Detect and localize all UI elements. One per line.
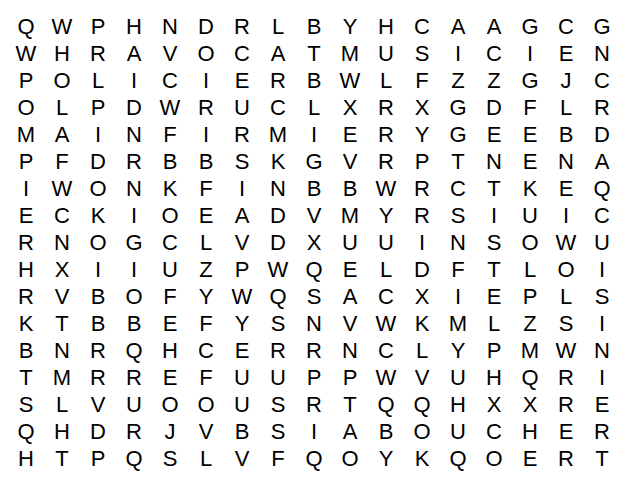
grid-cell[interactable]: B xyxy=(296,13,332,40)
grid-cell[interactable]: R xyxy=(368,148,404,175)
grid-cell[interactable]: V xyxy=(188,418,224,445)
grid-cell[interactable]: E xyxy=(548,418,584,445)
grid-cell[interactable]: F xyxy=(152,121,188,148)
grid-cell[interactable]: V xyxy=(332,310,368,337)
grid-cell[interactable]: O xyxy=(116,283,152,310)
grid-cell[interactable]: V xyxy=(224,445,260,472)
grid-cell[interactable]: U xyxy=(368,40,404,67)
grid-cell[interactable]: V xyxy=(404,364,440,391)
grid-cell[interactable]: C xyxy=(548,13,584,40)
grid-cell[interactable]: M xyxy=(260,121,296,148)
grid-cell[interactable]: Q xyxy=(116,337,152,364)
grid-cell[interactable]: C xyxy=(404,13,440,40)
grid-cell[interactable]: I xyxy=(440,283,476,310)
grid-cell[interactable]: O xyxy=(188,391,224,418)
grid-cell[interactable]: P xyxy=(8,148,44,175)
grid-cell[interactable]: H xyxy=(512,418,548,445)
grid-cell[interactable]: U xyxy=(440,418,476,445)
grid-cell[interactable]: N xyxy=(260,175,296,202)
grid-cell[interactable]: Z xyxy=(188,256,224,283)
grid-cell[interactable]: W xyxy=(548,229,584,256)
grid-cell[interactable]: Q xyxy=(296,445,332,472)
grid-cell[interactable]: C xyxy=(152,67,188,94)
grid-cell[interactable]: N xyxy=(116,175,152,202)
grid-cell[interactable]: S xyxy=(404,40,440,67)
grid-cell[interactable]: W xyxy=(44,175,80,202)
grid-cell[interactable]: H xyxy=(152,337,188,364)
grid-cell[interactable]: X xyxy=(512,391,548,418)
grid-cell[interactable]: C xyxy=(368,283,404,310)
grid-cell[interactable]: R xyxy=(548,364,584,391)
grid-cell[interactable]: I xyxy=(296,418,332,445)
grid-cell[interactable]: O xyxy=(188,40,224,67)
grid-cell[interactable]: N xyxy=(296,310,332,337)
grid-cell[interactable]: R xyxy=(116,364,152,391)
grid-cell[interactable]: L xyxy=(44,94,80,121)
grid-cell[interactable]: O xyxy=(80,229,116,256)
grid-cell[interactable]: U xyxy=(332,229,368,256)
grid-cell[interactable]: U xyxy=(224,391,260,418)
grid-cell[interactable]: O xyxy=(512,229,548,256)
grid-cell[interactable]: R xyxy=(296,391,332,418)
word-search-board: QWPHNDRLBYHCAAGCGWHRAVOCATMUSICIENPOLICI… xyxy=(8,13,620,472)
grid-cell[interactable]: A xyxy=(584,148,620,175)
grid-cell[interactable]: H xyxy=(44,40,80,67)
grid-cell[interactable]: R xyxy=(80,364,116,391)
grid-cell[interactable]: Q xyxy=(8,418,44,445)
grid-cell[interactable]: K xyxy=(152,175,188,202)
grid-cell[interactable]: V xyxy=(152,40,188,67)
grid-cell[interactable]: X xyxy=(296,229,332,256)
grid-cell[interactable]: X xyxy=(404,283,440,310)
grid-cell[interactable]: R xyxy=(260,337,296,364)
grid-cell[interactable]: O xyxy=(476,445,512,472)
grid-cell[interactable]: X xyxy=(332,94,368,121)
grid-cell[interactable]: U xyxy=(584,229,620,256)
grid-cell[interactable]: I xyxy=(584,310,620,337)
grid-cell[interactable]: E xyxy=(584,391,620,418)
grid-cell[interactable]: R xyxy=(404,202,440,229)
grid-cell[interactable]: I xyxy=(188,67,224,94)
grid-cell[interactable]: N xyxy=(440,229,476,256)
grid-cell[interactable]: Q xyxy=(260,283,296,310)
grid-cell[interactable]: E xyxy=(512,121,548,148)
grid-cell[interactable]: M xyxy=(332,202,368,229)
grid-cell[interactable]: B xyxy=(80,310,116,337)
grid-cell[interactable]: U xyxy=(440,364,476,391)
grid-cell[interactable]: F xyxy=(404,67,440,94)
grid-cell[interactable]: A xyxy=(440,13,476,40)
grid-cell[interactable]: B xyxy=(8,337,44,364)
grid-cell[interactable]: P xyxy=(476,337,512,364)
grid-cell[interactable]: W xyxy=(8,40,44,67)
grid-cell[interactable]: U xyxy=(260,364,296,391)
grid-cell[interactable]: U xyxy=(116,391,152,418)
grid-cell[interactable]: S xyxy=(260,391,296,418)
grid-cell[interactable]: P xyxy=(80,445,116,472)
grid-cell[interactable]: Q xyxy=(440,445,476,472)
grid-cell[interactable]: O xyxy=(44,67,80,94)
grid-cell[interactable]: U xyxy=(368,229,404,256)
grid-cell[interactable]: P xyxy=(296,364,332,391)
grid-cell[interactable]: N xyxy=(44,337,80,364)
grid-cell[interactable]: B xyxy=(224,418,260,445)
grid-cell[interactable]: K xyxy=(512,175,548,202)
grid-cell[interactable]: T xyxy=(476,256,512,283)
grid-cell[interactable]: K xyxy=(404,310,440,337)
grid-cell[interactable]: A xyxy=(116,40,152,67)
grid-cell[interactable]: Q xyxy=(8,13,44,40)
grid-cell[interactable]: U xyxy=(152,256,188,283)
grid-cell[interactable]: R xyxy=(584,94,620,121)
grid-cell[interactable]: V xyxy=(80,391,116,418)
grid-cell[interactable]: G xyxy=(512,67,548,94)
grid-cell[interactable]: A xyxy=(224,202,260,229)
grid-cell[interactable]: I xyxy=(80,121,116,148)
grid-cell[interactable]: I xyxy=(440,40,476,67)
grid-cell[interactable]: T xyxy=(332,391,368,418)
grid-cell[interactable]: F xyxy=(440,256,476,283)
grid-cell[interactable]: G xyxy=(440,94,476,121)
grid-cell[interactable]: E xyxy=(476,121,512,148)
grid-cell[interactable]: Y xyxy=(332,13,368,40)
grid-cell[interactable]: L xyxy=(80,67,116,94)
grid-cell[interactable]: G xyxy=(512,13,548,40)
grid-cell[interactable]: O xyxy=(80,175,116,202)
grid-cell[interactable]: L xyxy=(476,310,512,337)
grid-cell[interactable]: N xyxy=(332,337,368,364)
grid-cell[interactable]: Y xyxy=(368,202,404,229)
grid-cell[interactable]: A xyxy=(260,40,296,67)
grid-cell[interactable]: D xyxy=(476,94,512,121)
grid-cell[interactable]: S xyxy=(548,310,584,337)
grid-cell[interactable]: R xyxy=(188,94,224,121)
grid-cell[interactable]: P xyxy=(224,256,260,283)
grid-cell[interactable]: B xyxy=(188,148,224,175)
grid-cell[interactable]: W xyxy=(224,283,260,310)
grid-cell[interactable]: P xyxy=(332,364,368,391)
grid-cell[interactable]: H xyxy=(476,364,512,391)
grid-cell[interactable]: G xyxy=(584,13,620,40)
grid-cell[interactable]: R xyxy=(80,337,116,364)
grid-cell[interactable]: C xyxy=(152,229,188,256)
grid-cell[interactable]: H xyxy=(116,13,152,40)
grid-cell[interactable]: R xyxy=(404,175,440,202)
grid-cell[interactable]: I xyxy=(80,256,116,283)
grid-cell[interactable]: L xyxy=(368,67,404,94)
grid-cell[interactable]: R xyxy=(8,283,44,310)
grid-cell[interactable]: C xyxy=(476,40,512,67)
grid-cell[interactable]: G xyxy=(116,229,152,256)
grid-cell[interactable]: I xyxy=(8,175,44,202)
grid-cell[interactable]: B xyxy=(332,175,368,202)
grid-cell[interactable]: T xyxy=(44,310,80,337)
grid-cell[interactable]: F xyxy=(188,175,224,202)
grid-cell[interactable]: O xyxy=(548,256,584,283)
grid-cell[interactable]: L xyxy=(188,445,224,472)
grid-cell[interactable]: M xyxy=(8,121,44,148)
grid-cell[interactable]: P xyxy=(80,13,116,40)
grid-cell[interactable]: B xyxy=(116,310,152,337)
grid-cell[interactable]: Y xyxy=(440,337,476,364)
grid-cell[interactable]: H xyxy=(44,418,80,445)
grid-cell[interactable]: T xyxy=(440,148,476,175)
grid-cell[interactable]: B xyxy=(548,121,584,148)
grid-cell[interactable]: E xyxy=(548,175,584,202)
grid-cell[interactable]: D xyxy=(80,418,116,445)
grid-cell[interactable]: E xyxy=(224,67,260,94)
grid-cell[interactable]: O xyxy=(152,202,188,229)
grid-cell[interactable]: I xyxy=(116,67,152,94)
grid-cell[interactable]: K xyxy=(260,148,296,175)
grid-cell[interactable]: D xyxy=(404,256,440,283)
grid-cell[interactable]: P xyxy=(404,148,440,175)
grid-cell[interactable]: Q xyxy=(116,445,152,472)
grid-cell[interactable]: Q xyxy=(368,391,404,418)
grid-cell[interactable]: O xyxy=(332,445,368,472)
grid-cell[interactable]: L xyxy=(260,13,296,40)
grid-cell[interactable]: Q xyxy=(512,364,548,391)
grid-cell[interactable]: A xyxy=(332,283,368,310)
grid-cell[interactable]: R xyxy=(224,13,260,40)
grid-cell[interactable]: B xyxy=(296,175,332,202)
grid-cell[interactable]: Q xyxy=(404,391,440,418)
grid-cell[interactable]: I xyxy=(404,229,440,256)
grid-cell[interactable]: P xyxy=(8,67,44,94)
grid-cell[interactable]: A xyxy=(44,121,80,148)
grid-cell[interactable]: B xyxy=(80,283,116,310)
grid-cell[interactable]: W xyxy=(152,94,188,121)
grid-cell[interactable]: N xyxy=(476,148,512,175)
grid-cell[interactable]: E xyxy=(332,121,368,148)
grid-cell[interactable]: C xyxy=(224,40,260,67)
grid-cell[interactable]: I xyxy=(296,121,332,148)
grid-cell[interactable]: Y xyxy=(224,310,260,337)
grid-cell[interactable]: L xyxy=(296,94,332,121)
grid-cell[interactable]: L xyxy=(188,229,224,256)
grid-cell[interactable]: S xyxy=(584,283,620,310)
grid-cell[interactable]: E xyxy=(188,202,224,229)
grid-cell[interactable]: O xyxy=(8,94,44,121)
grid-cell[interactable]: E xyxy=(152,364,188,391)
grid-cell[interactable]: B xyxy=(152,148,188,175)
grid-cell[interactable]: M xyxy=(440,310,476,337)
grid-cell[interactable]: L xyxy=(512,256,548,283)
grid-cell[interactable]: L xyxy=(548,94,584,121)
grid-cell[interactable]: A xyxy=(332,418,368,445)
grid-cell[interactable]: K xyxy=(8,310,44,337)
grid-cell[interactable]: C xyxy=(44,202,80,229)
grid-cell[interactable]: M xyxy=(512,337,548,364)
grid-cell[interactable]: N xyxy=(44,229,80,256)
grid-cell[interactable]: E xyxy=(476,283,512,310)
grid-cell[interactable]: R xyxy=(260,67,296,94)
grid-cell[interactable]: E xyxy=(332,256,368,283)
grid-cell[interactable]: S xyxy=(296,283,332,310)
grid-cell[interactable]: M xyxy=(332,40,368,67)
grid-cell[interactable]: W xyxy=(548,337,584,364)
grid-cell[interactable]: U xyxy=(512,202,548,229)
grid-cell[interactable]: R xyxy=(80,40,116,67)
grid-cell[interactable]: C xyxy=(584,67,620,94)
grid-cell[interactable]: H xyxy=(8,445,44,472)
grid-cell[interactable]: E xyxy=(512,445,548,472)
grid-cell[interactable]: U xyxy=(224,94,260,121)
grid-cell[interactable]: F xyxy=(152,283,188,310)
grid-cell[interactable]: O xyxy=(404,418,440,445)
grid-cell[interactable]: S xyxy=(260,310,296,337)
grid-cell[interactable]: E xyxy=(548,40,584,67)
grid-cell[interactable]: Q xyxy=(584,175,620,202)
grid-cell[interactable]: L xyxy=(548,283,584,310)
grid-cell[interactable]: C xyxy=(368,337,404,364)
grid-cell[interactable]: Y xyxy=(188,283,224,310)
grid-cell[interactable]: J xyxy=(152,418,188,445)
grid-cell[interactable]: X xyxy=(404,94,440,121)
grid-cell[interactable]: I xyxy=(512,40,548,67)
grid-cell[interactable]: I xyxy=(584,364,620,391)
grid-cell[interactable]: N xyxy=(584,40,620,67)
grid-cell[interactable]: D xyxy=(80,148,116,175)
grid-cell[interactable]: N xyxy=(116,121,152,148)
grid-cell[interactable]: N xyxy=(584,337,620,364)
grid-cell[interactable]: E xyxy=(224,337,260,364)
grid-cell[interactable]: I xyxy=(224,175,260,202)
grid-cell[interactable]: F xyxy=(260,445,296,472)
grid-cell[interactable]: C xyxy=(440,175,476,202)
grid-cell[interactable]: K xyxy=(80,202,116,229)
grid-cell[interactable]: Z xyxy=(476,67,512,94)
grid-cell[interactable]: X xyxy=(476,391,512,418)
grid-cell[interactable]: F xyxy=(512,94,548,121)
grid-cell[interactable]: V xyxy=(224,229,260,256)
grid-cell[interactable]: R xyxy=(116,148,152,175)
grid-cell[interactable]: R xyxy=(8,229,44,256)
grid-cell[interactable]: I xyxy=(116,202,152,229)
grid-cell[interactable]: V xyxy=(44,283,80,310)
grid-cell[interactable]: E xyxy=(152,310,188,337)
grid-cell[interactable]: G xyxy=(296,148,332,175)
grid-cell[interactable]: N xyxy=(152,13,188,40)
grid-cell[interactable]: H xyxy=(368,13,404,40)
grid-cell[interactable]: W xyxy=(44,13,80,40)
grid-cell[interactable]: C xyxy=(188,337,224,364)
grid-cell[interactable]: C xyxy=(260,94,296,121)
grid-cell[interactable]: W xyxy=(332,67,368,94)
grid-cell[interactable]: W xyxy=(260,256,296,283)
grid-cell[interactable]: R xyxy=(368,94,404,121)
grid-cell[interactable]: M xyxy=(44,364,80,391)
grid-cell[interactable]: C xyxy=(584,202,620,229)
grid-cell[interactable]: I xyxy=(476,202,512,229)
grid-cell[interactable]: D xyxy=(260,202,296,229)
grid-cell[interactable]: W xyxy=(368,364,404,391)
grid-cell[interactable]: L xyxy=(44,391,80,418)
grid-cell[interactable]: U xyxy=(224,364,260,391)
grid-cell[interactable]: H xyxy=(8,256,44,283)
grid-cell[interactable]: B xyxy=(296,67,332,94)
grid-cell[interactable]: I xyxy=(548,202,584,229)
grid-cell[interactable]: T xyxy=(44,445,80,472)
grid-cell[interactable]: Z xyxy=(512,310,548,337)
grid-cell[interactable]: O xyxy=(152,391,188,418)
grid-cell[interactable]: T xyxy=(476,175,512,202)
grid-cell[interactable]: S xyxy=(8,391,44,418)
grid-cell[interactable]: E xyxy=(512,148,548,175)
grid-cell[interactable]: E xyxy=(8,202,44,229)
grid-cell[interactable]: F xyxy=(188,364,224,391)
letter-grid: QWPHNDRLBYHCAAGCGWHRAVOCATMUSICIENPOLICI… xyxy=(8,13,620,472)
grid-cell[interactable]: Q xyxy=(296,256,332,283)
grid-cell[interactable]: R xyxy=(548,391,584,418)
grid-cell[interactable]: I xyxy=(188,121,224,148)
grid-cell[interactable]: F xyxy=(188,310,224,337)
grid-cell[interactable]: I xyxy=(116,256,152,283)
grid-cell[interactable]: R xyxy=(368,121,404,148)
grid-cell[interactable]: S xyxy=(476,229,512,256)
grid-cell[interactable]: P xyxy=(512,283,548,310)
grid-cell[interactable]: C xyxy=(476,418,512,445)
grid-cell[interactable]: Z xyxy=(440,67,476,94)
grid-cell[interactable]: S xyxy=(440,202,476,229)
grid-cell[interactable]: D xyxy=(260,229,296,256)
grid-cell[interactable]: A xyxy=(476,13,512,40)
grid-cell[interactable]: D xyxy=(584,121,620,148)
grid-cell[interactable]: V xyxy=(332,148,368,175)
grid-cell[interactable]: H xyxy=(440,391,476,418)
grid-cell[interactable]: R xyxy=(224,121,260,148)
grid-cell[interactable]: T xyxy=(584,445,620,472)
grid-cell[interactable]: L xyxy=(368,256,404,283)
grid-cell[interactable]: S xyxy=(152,445,188,472)
grid-cell[interactable]: B xyxy=(368,418,404,445)
grid-cell[interactable]: J xyxy=(548,67,584,94)
grid-cell[interactable]: K xyxy=(404,445,440,472)
grid-cell[interactable]: L xyxy=(404,337,440,364)
grid-cell[interactable]: S xyxy=(224,148,260,175)
grid-cell[interactable]: P xyxy=(80,94,116,121)
grid-cell[interactable]: T xyxy=(8,364,44,391)
grid-cell[interactable]: Y xyxy=(404,121,440,148)
grid-cell[interactable]: V xyxy=(296,202,332,229)
grid-cell[interactable]: R xyxy=(296,337,332,364)
grid-cell[interactable]: R xyxy=(116,418,152,445)
grid-cell[interactable]: G xyxy=(440,121,476,148)
grid-cell[interactable]: W xyxy=(368,310,404,337)
grid-cell[interactable]: N xyxy=(548,148,584,175)
grid-cell[interactable]: T xyxy=(296,40,332,67)
grid-cell[interactable]: X xyxy=(44,256,80,283)
grid-cell[interactable]: Y xyxy=(368,445,404,472)
grid-cell[interactable]: R xyxy=(584,418,620,445)
grid-cell[interactable]: D xyxy=(116,94,152,121)
grid-cell[interactable]: R xyxy=(548,445,584,472)
grid-cell[interactable]: S xyxy=(260,418,296,445)
grid-cell[interactable]: F xyxy=(44,148,80,175)
grid-cell[interactable]: D xyxy=(188,13,224,40)
grid-cell[interactable]: I xyxy=(584,256,620,283)
grid-cell[interactable]: W xyxy=(368,175,404,202)
